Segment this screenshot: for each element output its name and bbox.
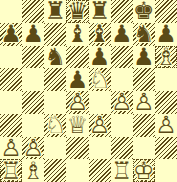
square-e5[interactable]: ♞♘ xyxy=(89,68,111,91)
piece-white-pawn[interactable]: ♟♙ xyxy=(111,91,133,114)
piece-black-rook[interactable]: ♜♜ xyxy=(44,0,66,23)
black-pawn-icon: ♟ xyxy=(111,23,133,46)
piece-black-pawn[interactable]: ♟♟ xyxy=(89,46,111,69)
square-d1[interactable] xyxy=(66,159,88,182)
square-b5[interactable] xyxy=(22,68,44,91)
white-pawn-icon: ♙ xyxy=(22,137,44,160)
square-b1[interactable]: ♝♗ xyxy=(22,159,44,182)
black-knight-icon: ♞ xyxy=(44,46,66,69)
square-d7[interactable]: ♝♝ xyxy=(66,23,88,46)
black-rook-icon: ♜ xyxy=(44,0,66,23)
square-a2[interactable]: ♟♙ xyxy=(0,137,22,160)
square-g3[interactable] xyxy=(133,114,155,137)
piece-white-bishop[interactable]: ♝♗ xyxy=(155,46,177,69)
piece-white-rook[interactable]: ♜♖ xyxy=(111,159,133,182)
white-rook-icon: ♖ xyxy=(0,159,22,182)
square-b2[interactable]: ♟♙ xyxy=(22,137,44,160)
square-a4[interactable] xyxy=(0,91,22,114)
square-d6[interactable] xyxy=(66,46,88,69)
square-c6[interactable]: ♞♞ xyxy=(44,46,66,69)
piece-black-pawn[interactable]: ♟♟ xyxy=(111,23,133,46)
square-f6[interactable] xyxy=(111,46,133,69)
square-e3[interactable]: ♟♙ xyxy=(89,114,111,137)
black-pawn-icon: ♟ xyxy=(0,23,22,46)
white-bishop-icon: ♗ xyxy=(22,159,44,182)
square-h5[interactable] xyxy=(155,68,177,91)
square-a6[interactable] xyxy=(0,46,22,69)
piece-white-pawn[interactable]: ♟♙ xyxy=(89,114,111,137)
square-b7[interactable]: ♟♟ xyxy=(22,23,44,46)
square-e6[interactable]: ♟♟ xyxy=(89,46,111,69)
white-queen-icon: ♕ xyxy=(66,114,88,137)
piece-black-knight[interactable]: ♞♞ xyxy=(44,46,66,69)
white-knight-icon: ♘ xyxy=(44,114,66,137)
square-f7[interactable]: ♟♟ xyxy=(111,23,133,46)
square-e1[interactable] xyxy=(89,159,111,182)
square-c8[interactable]: ♜♜ xyxy=(44,0,66,23)
black-pawn-icon: ♟ xyxy=(133,46,155,69)
square-f3[interactable] xyxy=(111,114,133,137)
piece-white-knight[interactable]: ♞♘ xyxy=(44,114,66,137)
square-g6[interactable]: ♟♟ xyxy=(133,46,155,69)
white-rook-icon: ♖ xyxy=(111,159,133,182)
square-c2[interactable] xyxy=(44,137,66,160)
chess-board: ♜♜♛♛♜♜♚♚♟♟♟♟♝♝♝♝♟♟♞♞♟♟♞♞♟♟♟♟♝♗♟♟♞♘♟♙♟♙♟♙… xyxy=(0,0,177,182)
square-h3[interactable]: ♟♙ xyxy=(155,114,177,137)
white-knight-icon: ♘ xyxy=(89,68,111,91)
square-a7[interactable]: ♟♟ xyxy=(0,23,22,46)
square-b6[interactable] xyxy=(22,46,44,69)
square-f2[interactable] xyxy=(111,137,133,160)
square-c1[interactable] xyxy=(44,159,66,182)
square-h1[interactable] xyxy=(155,159,177,182)
square-c3[interactable]: ♞♘ xyxy=(44,114,66,137)
black-pawn-icon: ♟ xyxy=(89,46,111,69)
white-pawn-icon: ♙ xyxy=(155,114,177,137)
white-pawn-icon: ♙ xyxy=(0,137,22,160)
square-b4[interactable] xyxy=(22,91,44,114)
piece-black-pawn[interactable]: ♟♟ xyxy=(133,46,155,69)
square-g4[interactable]: ♟♙ xyxy=(133,91,155,114)
square-h2[interactable] xyxy=(155,137,177,160)
white-king-icon: ♔ xyxy=(133,159,155,182)
piece-white-queen[interactable]: ♛♕ xyxy=(66,114,88,137)
piece-white-pawn[interactable]: ♟♙ xyxy=(22,137,44,160)
piece-black-pawn[interactable]: ♟♟ xyxy=(0,23,22,46)
square-h6[interactable]: ♝♗ xyxy=(155,46,177,69)
piece-white-bishop[interactable]: ♝♗ xyxy=(22,159,44,182)
black-pawn-icon: ♟ xyxy=(22,23,44,46)
square-f1[interactable]: ♜♖ xyxy=(111,159,133,182)
square-e2[interactable] xyxy=(89,137,111,160)
square-d2[interactable] xyxy=(66,137,88,160)
black-bishop-icon: ♝ xyxy=(66,23,88,46)
white-bishop-icon: ♗ xyxy=(155,46,177,69)
piece-white-king[interactable]: ♚♔ xyxy=(133,159,155,182)
square-g2[interactable] xyxy=(133,137,155,160)
piece-white-pawn[interactable]: ♟♙ xyxy=(155,114,177,137)
piece-black-pawn[interactable]: ♟♟ xyxy=(22,23,44,46)
square-f4[interactable]: ♟♙ xyxy=(111,91,133,114)
piece-white-knight[interactable]: ♞♘ xyxy=(89,68,111,91)
piece-white-pawn[interactable]: ♟♙ xyxy=(0,137,22,160)
square-d3[interactable]: ♛♕ xyxy=(66,114,88,137)
white-pawn-icon: ♙ xyxy=(133,91,155,114)
piece-white-pawn[interactable]: ♟♙ xyxy=(133,91,155,114)
piece-white-rook[interactable]: ♜♖ xyxy=(0,159,22,182)
square-a1[interactable]: ♜♖ xyxy=(0,159,22,182)
square-g1[interactable]: ♚♔ xyxy=(133,159,155,182)
white-pawn-icon: ♙ xyxy=(111,91,133,114)
white-pawn-icon: ♙ xyxy=(89,114,111,137)
piece-black-bishop[interactable]: ♝♝ xyxy=(66,23,88,46)
square-c5[interactable] xyxy=(44,68,66,91)
square-a5[interactable] xyxy=(0,68,22,91)
